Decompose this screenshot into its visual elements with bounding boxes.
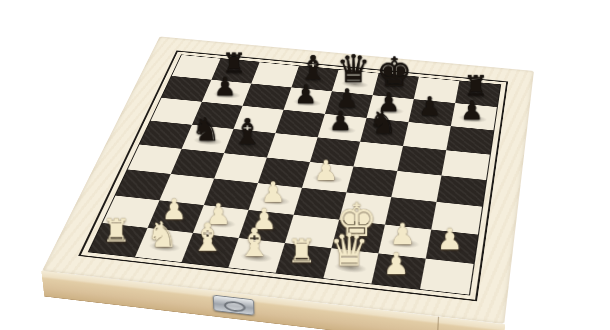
chess-board: ♜♝♛♚♜♟♟♟♟♟♟♟♞♞♝♟♟♟♟♟♚♟♟♜♞♝♝♜♛♟ [42,37,534,324]
black-pawn-glyph: ♟ [460,97,483,123]
piece-white-queen-f1: ♛ [323,248,378,283]
piece-black-pawn-h7: ♟ [450,103,496,130]
piece-black-pawn-b7: ♟ [202,80,251,106]
white-rook-glyph: ♜ [102,215,131,247]
piece-white-pawn-e4: ♟ [302,162,353,192]
piece-black-bishop-c5: ♝ [224,129,275,158]
white-bishop-glyph: ♝ [237,223,272,262]
white-pawn-glyph: ♟ [383,249,410,279]
white-pawn-glyph: ♟ [313,156,338,184]
black-knight-glyph: ♞ [368,106,397,138]
piece-white-bishop-c1: ♝ [182,232,239,266]
white-pawn-glyph: ♟ [390,220,416,249]
black-knight-glyph: ♞ [191,113,220,146]
piece-white-rook-e1: ♜ [276,242,332,277]
folding-chess-set-photo: ♜♝♛♚♜♟♟♟♟♟♟♟♞♞♝♟♟♟♟♟♚♟♟♜♞♝♝♜♛♟ [0,0,610,330]
piece-white-pawn-g1: ♟ [371,253,425,289]
piece-white-pawn-h2: ♟ [425,229,477,263]
clasp-ring-icon [224,300,246,313]
black-bishop-glyph: ♝ [232,114,264,150]
white-queen-glyph: ♛ [329,228,369,273]
piece-black-pawn-e6: ♟ [317,114,366,142]
black-pawn-glyph: ♟ [418,93,441,119]
hinge-seam [436,316,439,330]
clasp-icon [213,295,255,316]
black-pawn-glyph: ♟ [328,108,352,134]
white-knight-glyph: ♞ [146,217,178,253]
white-pawn-glyph: ♟ [437,225,463,254]
white-rook-glyph: ♜ [287,235,316,268]
white-bishop-glyph: ♝ [191,218,226,257]
piece-black-pawn-g7: ♟ [408,99,455,126]
black-pawn-glyph: ♟ [294,81,317,107]
black-pawn-glyph: ♟ [213,74,236,99]
